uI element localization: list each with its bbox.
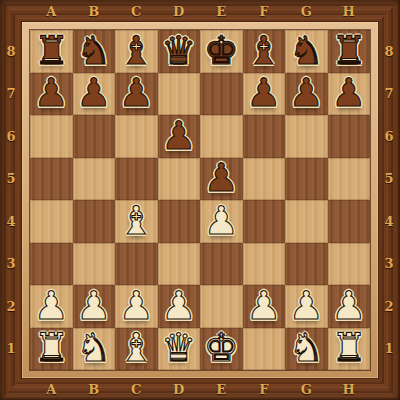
white-pawn[interactable]: ♟ (34, 286, 69, 325)
square-d8[interactable]: ♛ (158, 30, 201, 73)
file-label-d: D (158, 0, 201, 22)
square-a7[interactable]: ♟ (30, 73, 73, 116)
black-pawn[interactable]: ♟ (161, 116, 196, 155)
square-g2[interactable]: ♟ (285, 285, 328, 328)
file-label-e: E (200, 0, 243, 22)
black-king[interactable]: ♚ (204, 31, 239, 70)
square-b7[interactable]: ♟ (73, 73, 116, 116)
black-bishop[interactable]: ♝ (246, 31, 281, 70)
rank-label-3: 3 (378, 243, 400, 286)
square-d4[interactable] (158, 200, 201, 243)
white-king[interactable]: ♚ (204, 328, 239, 367)
square-e3[interactable] (200, 243, 243, 286)
file-label-e: E (200, 378, 243, 400)
square-h6[interactable] (328, 115, 371, 158)
square-a6[interactable] (30, 115, 73, 158)
square-b8[interactable]: ♞ (73, 30, 116, 73)
file-label-c: C (115, 0, 158, 22)
black-pawn[interactable]: ♟ (331, 73, 366, 112)
square-h5[interactable] (328, 158, 371, 201)
square-e7[interactable] (200, 73, 243, 116)
square-b6[interactable] (73, 115, 116, 158)
square-e5[interactable]: ♟ (200, 158, 243, 201)
square-a5[interactable] (30, 158, 73, 201)
file-label-a: A (30, 0, 73, 22)
square-d7[interactable] (158, 73, 201, 116)
square-f5[interactable] (243, 158, 286, 201)
rank-label-2: 2 (378, 285, 400, 328)
square-g4[interactable] (285, 200, 328, 243)
black-bishop[interactable]: ♝ (119, 31, 154, 70)
rank-labels-left: 87654321 (0, 30, 22, 370)
square-h8[interactable]: ♜ (328, 30, 371, 73)
square-f7[interactable]: ♟ (243, 73, 286, 116)
white-bishop[interactable]: ♝ (119, 201, 154, 240)
square-b2[interactable]: ♟ (73, 285, 116, 328)
square-c7[interactable]: ♟ (115, 73, 158, 116)
square-h1[interactable]: ♜ (328, 328, 371, 371)
rank-label-7: 7 (0, 73, 22, 116)
white-pawn[interactable]: ♟ (161, 286, 196, 325)
black-pawn[interactable]: ♟ (204, 158, 239, 197)
square-g5[interactable] (285, 158, 328, 201)
square-a3[interactable] (30, 243, 73, 286)
white-rook[interactable]: ♜ (34, 328, 69, 367)
white-pawn[interactable]: ♟ (246, 286, 281, 325)
square-e2[interactable] (200, 285, 243, 328)
white-knight[interactable]: ♞ (76, 328, 111, 367)
file-label-h: H (328, 0, 371, 22)
file-label-g: G (285, 0, 328, 22)
square-b4[interactable] (73, 200, 116, 243)
rank-label-8: 8 (0, 30, 22, 73)
square-a2[interactable]: ♟ (30, 285, 73, 328)
black-pawn[interactable]: ♟ (289, 73, 324, 112)
square-a4[interactable] (30, 200, 73, 243)
black-pawn[interactable]: ♟ (119, 73, 154, 112)
file-label-f: F (243, 378, 286, 400)
rank-label-7: 7 (378, 73, 400, 116)
black-knight[interactable]: ♞ (289, 31, 324, 70)
square-b1[interactable]: ♞ (73, 328, 116, 371)
white-pawn[interactable]: ♟ (331, 286, 366, 325)
white-rook[interactable]: ♜ (331, 328, 366, 367)
square-g6[interactable] (285, 115, 328, 158)
white-knight[interactable]: ♞ (289, 328, 324, 367)
black-queen[interactable]: ♛ (161, 31, 196, 70)
rank-label-8: 8 (378, 30, 400, 73)
file-label-a: A (30, 378, 73, 400)
rank-label-2: 2 (0, 285, 22, 328)
square-g3[interactable] (285, 243, 328, 286)
black-rook[interactable]: ♜ (34, 31, 69, 70)
square-a1[interactable]: ♜ (30, 328, 73, 371)
square-h3[interactable] (328, 243, 371, 286)
file-label-f: F (243, 0, 286, 22)
square-f8[interactable]: ♝ (243, 30, 286, 73)
square-c6[interactable] (115, 115, 158, 158)
square-h7[interactable]: ♟ (328, 73, 371, 116)
square-c4[interactable]: ♝ (115, 200, 158, 243)
white-pawn[interactable]: ♟ (76, 286, 111, 325)
square-b3[interactable] (73, 243, 116, 286)
square-b5[interactable] (73, 158, 116, 201)
square-g8[interactable]: ♞ (285, 30, 328, 73)
square-f3[interactable] (243, 243, 286, 286)
rank-label-6: 6 (0, 115, 22, 158)
square-c3[interactable] (115, 243, 158, 286)
square-e8[interactable]: ♚ (200, 30, 243, 73)
file-label-d: D (158, 378, 201, 400)
file-label-c: C (115, 378, 158, 400)
square-g7[interactable]: ♟ (285, 73, 328, 116)
square-d6[interactable]: ♟ (158, 115, 201, 158)
square-f2[interactable]: ♟ (243, 285, 286, 328)
board-squares: ♜♞♝♛♚♝♞♜♟♟♟♟♟♟♟♟♝♟♟♟♟♟♟♟♟♜♞♝♛♚♞♜ (30, 30, 370, 370)
file-labels-bottom: ABCDEFGH (30, 378, 370, 400)
black-rook[interactable]: ♜ (331, 31, 366, 70)
square-f4[interactable] (243, 200, 286, 243)
square-c5[interactable] (115, 158, 158, 201)
square-h4[interactable] (328, 200, 371, 243)
square-c1[interactable]: ♝ (115, 328, 158, 371)
square-e6[interactable] (200, 115, 243, 158)
square-c8[interactable]: ♝ (115, 30, 158, 73)
rank-label-5: 5 (0, 158, 22, 201)
rank-label-1: 1 (0, 328, 22, 371)
file-label-g: G (285, 378, 328, 400)
black-pawn[interactable]: ♟ (246, 73, 281, 112)
square-d3[interactable] (158, 243, 201, 286)
square-d5[interactable] (158, 158, 201, 201)
rank-label-3: 3 (0, 243, 22, 286)
file-labels-top: ABCDEFGH (30, 0, 370, 22)
white-pawn[interactable]: ♟ (119, 286, 154, 325)
rank-labels-right: 87654321 (378, 30, 400, 370)
chessboard: ABCDEFGH ABCDEFGH 87654321 87654321 ♜♞♝♛… (0, 0, 400, 400)
rank-label-1: 1 (378, 328, 400, 371)
square-d2[interactable]: ♟ (158, 285, 201, 328)
rank-label-5: 5 (378, 158, 400, 201)
file-label-b: B (73, 378, 116, 400)
white-pawn[interactable]: ♟ (289, 286, 324, 325)
black-pawn[interactable]: ♟ (34, 73, 69, 112)
square-g1[interactable]: ♞ (285, 328, 328, 371)
square-f1[interactable] (243, 328, 286, 371)
black-knight[interactable]: ♞ (76, 31, 111, 70)
square-h2[interactable]: ♟ (328, 285, 371, 328)
white-queen[interactable]: ♛ (161, 328, 196, 367)
rank-label-4: 4 (378, 200, 400, 243)
file-label-b: B (73, 0, 116, 22)
square-c2[interactable]: ♟ (115, 285, 158, 328)
square-d1[interactable]: ♛ (158, 328, 201, 371)
rank-label-4: 4 (0, 200, 22, 243)
square-a8[interactable]: ♜ (30, 30, 73, 73)
rank-label-6: 6 (378, 115, 400, 158)
black-pawn[interactable]: ♟ (76, 73, 111, 112)
white-pawn[interactable]: ♟ (204, 201, 239, 240)
square-e1[interactable]: ♚ (200, 328, 243, 371)
square-f6[interactable] (243, 115, 286, 158)
file-label-h: H (328, 378, 371, 400)
square-e4[interactable]: ♟ (200, 200, 243, 243)
white-bishop[interactable]: ♝ (119, 328, 154, 367)
